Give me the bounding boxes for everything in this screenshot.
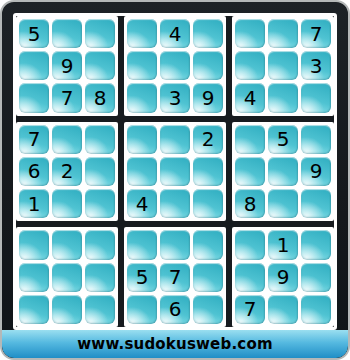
cell-r4c1: 7 <box>19 125 49 154</box>
cell-r9c6[interactable] <box>193 295 223 324</box>
cell-r5c9: 9 <box>301 157 331 186</box>
cell-r4c4[interactable] <box>127 125 157 154</box>
box-1-1: 5978 <box>16 16 118 116</box>
cell-r7c4[interactable] <box>127 230 157 259</box>
cell-r9c7: 7 <box>235 295 265 324</box>
cell-r1c1: 5 <box>19 19 49 48</box>
box-2-2: 24 <box>124 122 226 222</box>
cell-r3c4[interactable] <box>127 83 157 112</box>
cell-r5c4[interactable] <box>127 157 157 186</box>
cell-r1c6[interactable] <box>193 19 223 48</box>
cell-r5c8[interactable] <box>268 157 298 186</box>
cell-r7c3[interactable] <box>85 230 115 259</box>
cell-r5c5[interactable] <box>160 157 190 186</box>
box-3-2: 576 <box>124 227 226 327</box>
cell-r4c6: 2 <box>193 125 223 154</box>
box-1-3: 734 <box>232 16 334 116</box>
cell-r4c8: 5 <box>268 125 298 154</box>
cell-r3c8[interactable] <box>268 83 298 112</box>
box-2-3: 598 <box>232 122 334 222</box>
cell-r6c3[interactable] <box>85 189 115 218</box>
cell-r7c6[interactable] <box>193 230 223 259</box>
box-1-2: 439 <box>124 16 226 116</box>
cell-r3c6: 9 <box>193 83 223 112</box>
cell-r1c9: 7 <box>301 19 331 48</box>
cell-r6c5[interactable] <box>160 189 190 218</box>
cell-r7c8: 1 <box>268 230 298 259</box>
cell-r2c9: 3 <box>301 51 331 80</box>
cell-r8c5: 7 <box>160 263 190 292</box>
website-link[interactable]: www.sudokusweb.com <box>77 335 272 353</box>
cell-r2c1[interactable] <box>19 51 49 80</box>
cell-r9c4[interactable] <box>127 295 157 324</box>
cell-r9c3[interactable] <box>85 295 115 324</box>
cell-r7c2[interactable] <box>52 230 82 259</box>
cell-r2c4[interactable] <box>127 51 157 80</box>
cell-r4c5[interactable] <box>160 125 190 154</box>
cell-r8c1[interactable] <box>19 263 49 292</box>
cell-r6c4: 4 <box>127 189 157 218</box>
cell-r7c1[interactable] <box>19 230 49 259</box>
cell-r6c2[interactable] <box>52 189 82 218</box>
cell-r9c2[interactable] <box>52 295 82 324</box>
cell-r8c8: 9 <box>268 263 298 292</box>
cell-r5c1: 6 <box>19 157 49 186</box>
box-3-1 <box>16 227 118 327</box>
cell-r6c6[interactable] <box>193 189 223 218</box>
cell-r3c3: 8 <box>85 83 115 112</box>
cell-r7c5[interactable] <box>160 230 190 259</box>
cell-r4c9[interactable] <box>301 125 331 154</box>
box-2-1: 7621 <box>16 122 118 222</box>
cell-r8c9[interactable] <box>301 263 331 292</box>
cell-r7c9[interactable] <box>301 230 331 259</box>
cell-r2c8[interactable] <box>268 51 298 80</box>
cell-r3c9[interactable] <box>301 83 331 112</box>
cell-r6c7: 8 <box>235 189 265 218</box>
cell-r4c7[interactable] <box>235 125 265 154</box>
cell-r5c6[interactable] <box>193 157 223 186</box>
cell-r2c6[interactable] <box>193 51 223 80</box>
cell-r8c3[interactable] <box>85 263 115 292</box>
cell-r5c2: 2 <box>52 157 82 186</box>
cell-r3c1[interactable] <box>19 83 49 112</box>
cell-r8c6[interactable] <box>193 263 223 292</box>
cell-r4c2[interactable] <box>52 125 82 154</box>
cell-r2c2: 9 <box>52 51 82 80</box>
cell-r6c9[interactable] <box>301 189 331 218</box>
cell-r1c3[interactable] <box>85 19 115 48</box>
sudoku-grid: 5978439734762124598576197 <box>13 13 337 330</box>
cell-r1c7[interactable] <box>235 19 265 48</box>
cell-r4c3[interactable] <box>85 125 115 154</box>
cell-r1c5: 4 <box>160 19 190 48</box>
sudoku-board: 5978439734762124598576197 www.sudokusweb… <box>0 0 350 360</box>
cell-r9c8[interactable] <box>268 295 298 324</box>
footer-bar: www.sudokusweb.com <box>2 330 348 358</box>
cell-r9c5: 6 <box>160 295 190 324</box>
cell-r2c5[interactable] <box>160 51 190 80</box>
cell-r1c2[interactable] <box>52 19 82 48</box>
cell-r9c9[interactable] <box>301 295 331 324</box>
cell-r8c2[interactable] <box>52 263 82 292</box>
cell-r7c7[interactable] <box>235 230 265 259</box>
cell-r2c7[interactable] <box>235 51 265 80</box>
cell-r2c3[interactable] <box>85 51 115 80</box>
cell-r3c5: 3 <box>160 83 190 112</box>
cell-r3c2: 7 <box>52 83 82 112</box>
box-3-3: 197 <box>232 227 334 327</box>
cell-r8c4: 5 <box>127 263 157 292</box>
cell-r6c1: 1 <box>19 189 49 218</box>
cell-r3c7: 4 <box>235 83 265 112</box>
cell-r1c8[interactable] <box>268 19 298 48</box>
cell-r5c3[interactable] <box>85 157 115 186</box>
cell-r1c4[interactable] <box>127 19 157 48</box>
cell-r9c1[interactable] <box>19 295 49 324</box>
cell-r6c8[interactable] <box>268 189 298 218</box>
cell-r8c7[interactable] <box>235 263 265 292</box>
cell-r5c7[interactable] <box>235 157 265 186</box>
